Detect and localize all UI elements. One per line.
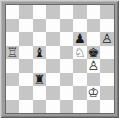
square-g5[interactable]: ♚ — [87, 46, 101, 60]
square-c8[interactable] — [33, 5, 47, 19]
square-f2[interactable] — [73, 86, 87, 100]
square-d6[interactable] — [46, 32, 60, 46]
square-f3[interactable] — [73, 73, 87, 87]
square-d7[interactable] — [46, 19, 60, 33]
square-c6[interactable] — [33, 32, 47, 46]
square-c5[interactable]: ♝ — [33, 46, 47, 60]
square-g7[interactable] — [87, 19, 101, 33]
black-rook-piece[interactable]: ♜ — [33, 73, 45, 86]
square-h3[interactable] — [100, 73, 114, 87]
square-g3[interactable] — [87, 73, 101, 87]
square-a2[interactable] — [6, 86, 20, 100]
square-d8[interactable] — [46, 5, 60, 19]
square-e1[interactable] — [60, 100, 74, 114]
square-a7[interactable] — [6, 19, 20, 33]
square-e2[interactable] — [60, 86, 74, 100]
square-e6[interactable] — [60, 32, 74, 46]
square-c1[interactable] — [33, 100, 47, 114]
square-b3[interactable] — [19, 73, 33, 87]
square-e8[interactable] — [60, 5, 74, 19]
square-f7[interactable] — [73, 19, 87, 33]
square-e3[interactable] — [60, 73, 74, 87]
square-f8[interactable] — [73, 5, 87, 19]
square-a6[interactable] — [6, 32, 20, 46]
square-g2[interactable]: ♔ — [87, 86, 101, 100]
square-h5[interactable] — [100, 46, 114, 60]
square-d2[interactable] — [46, 86, 60, 100]
square-c7[interactable] — [33, 19, 47, 33]
square-h4[interactable] — [100, 59, 114, 73]
square-h2[interactable] — [100, 86, 114, 100]
white-pawn-piece[interactable]: ♙ — [87, 59, 99, 72]
square-e4[interactable] — [60, 59, 74, 73]
square-g6[interactable] — [87, 32, 101, 46]
square-h6[interactable]: ♙ — [100, 32, 114, 46]
square-g8[interactable] — [87, 5, 101, 19]
black-bishop-piece[interactable]: ♝ — [33, 46, 45, 59]
chess-board: ♟♙♖♝♘♚♙♜♔ — [5, 4, 115, 114]
square-b6[interactable] — [19, 32, 33, 46]
black-pawn-piece[interactable]: ♟ — [74, 32, 86, 45]
square-a5[interactable]: ♖ — [6, 46, 20, 60]
board-frame: ♟♙♖♝♘♚♙♜♔ — [0, 0, 119, 118]
square-c3[interactable]: ♜ — [33, 73, 47, 87]
square-b7[interactable] — [19, 19, 33, 33]
square-f1[interactable] — [73, 100, 87, 114]
square-e5[interactable] — [60, 46, 74, 60]
square-c4[interactable] — [33, 59, 47, 73]
square-a4[interactable] — [6, 59, 20, 73]
square-b5[interactable] — [19, 46, 33, 60]
square-b8[interactable] — [19, 5, 33, 19]
square-f5[interactable]: ♘ — [73, 46, 87, 60]
white-knight-piece[interactable]: ♘ — [74, 46, 86, 59]
square-d4[interactable] — [46, 59, 60, 73]
square-b2[interactable] — [19, 86, 33, 100]
square-g4[interactable]: ♙ — [87, 59, 101, 73]
square-d5[interactable] — [46, 46, 60, 60]
square-d1[interactable] — [46, 100, 60, 114]
square-a3[interactable] — [6, 73, 20, 87]
square-d3[interactable] — [46, 73, 60, 87]
square-e7[interactable] — [60, 19, 74, 33]
square-a8[interactable] — [6, 5, 20, 19]
white-king-piece[interactable]: ♔ — [87, 86, 99, 99]
square-f6[interactable]: ♟ — [73, 32, 87, 46]
square-g1[interactable] — [87, 100, 101, 114]
square-b4[interactable] — [19, 59, 33, 73]
square-h7[interactable] — [100, 19, 114, 33]
square-h1[interactable] — [100, 100, 114, 114]
square-c2[interactable] — [33, 86, 47, 100]
white-rook-piece[interactable]: ♖ — [6, 46, 18, 59]
square-f4[interactable] — [73, 59, 87, 73]
white-pawn-piece[interactable]: ♙ — [101, 32, 113, 45]
square-b1[interactable] — [19, 100, 33, 114]
square-h8[interactable] — [100, 5, 114, 19]
black-king-piece[interactable]: ♚ — [87, 46, 99, 59]
square-a1[interactable] — [6, 100, 20, 114]
